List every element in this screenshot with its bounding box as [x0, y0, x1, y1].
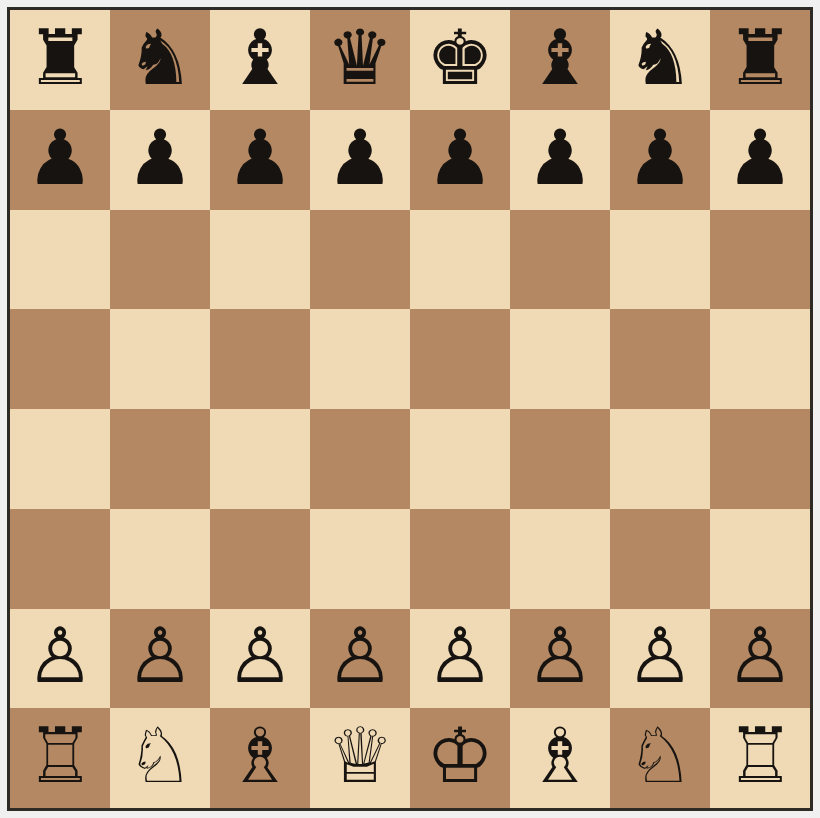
- white-pawn-piece[interactable]: ♙: [626, 618, 694, 694]
- square-b6[interactable]: [110, 210, 210, 310]
- square-g8[interactable]: ♞: [610, 10, 710, 110]
- square-e7[interactable]: ♟︎: [410, 110, 510, 210]
- black-knight-piece[interactable]: ♞: [126, 20, 194, 96]
- square-c1[interactable]: ♗: [210, 708, 310, 808]
- black-rook-piece[interactable]: ♜: [726, 20, 794, 96]
- square-a6[interactable]: [10, 210, 110, 310]
- black-bishop-piece[interactable]: ♝: [526, 20, 594, 96]
- square-a7[interactable]: ♟︎: [10, 110, 110, 210]
- square-b8[interactable]: ♞: [110, 10, 210, 110]
- black-pawn-piece[interactable]: ♟︎: [26, 120, 94, 196]
- white-pawn-piece[interactable]: ♙: [726, 618, 794, 694]
- square-c5[interactable]: [210, 309, 310, 409]
- square-a5[interactable]: [10, 309, 110, 409]
- square-a3[interactable]: [10, 509, 110, 609]
- white-pawn-piece[interactable]: ♙: [126, 618, 194, 694]
- square-c2[interactable]: ♙: [210, 609, 310, 709]
- square-h3[interactable]: [710, 509, 810, 609]
- white-pawn-piece[interactable]: ♙: [326, 618, 394, 694]
- black-knight-piece[interactable]: ♞: [626, 20, 694, 96]
- square-g2[interactable]: ♙: [610, 609, 710, 709]
- black-pawn-piece[interactable]: ♟︎: [626, 120, 694, 196]
- square-d1[interactable]: ♕: [310, 708, 410, 808]
- square-b5[interactable]: [110, 309, 210, 409]
- black-pawn-piece[interactable]: ♟︎: [126, 120, 194, 196]
- square-f5[interactable]: [510, 309, 610, 409]
- square-a2[interactable]: ♙: [10, 609, 110, 709]
- black-king-piece[interactable]: ♚: [426, 20, 494, 96]
- white-king-piece[interactable]: ♔: [426, 718, 494, 794]
- square-d7[interactable]: ♟︎: [310, 110, 410, 210]
- square-d5[interactable]: [310, 309, 410, 409]
- white-pawn-piece[interactable]: ♙: [26, 618, 94, 694]
- chess-board-frame: ♜♞♝♛♚♝♞♜♟︎♟︎♟︎♟︎♟︎♟︎♟︎♟︎♙♙♙♙♙♙♙♙♖♘♗♕♔♗♘♖: [7, 7, 813, 811]
- square-h7[interactable]: ♟︎: [710, 110, 810, 210]
- square-a4[interactable]: [10, 409, 110, 509]
- square-h4[interactable]: [710, 409, 810, 509]
- square-h6[interactable]: [710, 210, 810, 310]
- white-knight-piece[interactable]: ♘: [626, 718, 694, 794]
- white-pawn-piece[interactable]: ♙: [526, 618, 594, 694]
- square-g4[interactable]: [610, 409, 710, 509]
- square-d3[interactable]: [310, 509, 410, 609]
- white-bishop-piece[interactable]: ♗: [226, 718, 294, 794]
- square-b3[interactable]: [110, 509, 210, 609]
- square-h1[interactable]: ♖: [710, 708, 810, 808]
- black-pawn-piece[interactable]: ♟︎: [526, 120, 594, 196]
- square-e8[interactable]: ♚: [410, 10, 510, 110]
- square-g1[interactable]: ♘: [610, 708, 710, 808]
- square-g5[interactable]: [610, 309, 710, 409]
- black-pawn-piece[interactable]: ♟︎: [726, 120, 794, 196]
- square-d2[interactable]: ♙: [310, 609, 410, 709]
- square-h2[interactable]: ♙: [710, 609, 810, 709]
- square-c7[interactable]: ♟︎: [210, 110, 310, 210]
- square-b2[interactable]: ♙: [110, 609, 210, 709]
- square-e5[interactable]: [410, 309, 510, 409]
- square-e2[interactable]: ♙: [410, 609, 510, 709]
- white-pawn-piece[interactable]: ♙: [226, 618, 294, 694]
- black-rook-piece[interactable]: ♜: [26, 20, 94, 96]
- square-c4[interactable]: [210, 409, 310, 509]
- square-d6[interactable]: [310, 210, 410, 310]
- white-knight-piece[interactable]: ♘: [126, 718, 194, 794]
- square-f8[interactable]: ♝: [510, 10, 610, 110]
- square-e4[interactable]: [410, 409, 510, 509]
- white-rook-piece[interactable]: ♖: [726, 718, 794, 794]
- chess-board: ♜♞♝♛♚♝♞♜♟︎♟︎♟︎♟︎♟︎♟︎♟︎♟︎♙♙♙♙♙♙♙♙♖♘♗♕♔♗♘♖: [10, 10, 810, 808]
- white-pawn-piece[interactable]: ♙: [426, 618, 494, 694]
- square-a8[interactable]: ♜: [10, 10, 110, 110]
- square-d4[interactable]: [310, 409, 410, 509]
- black-bishop-piece[interactable]: ♝: [226, 20, 294, 96]
- square-f6[interactable]: [510, 210, 610, 310]
- square-g7[interactable]: ♟︎: [610, 110, 710, 210]
- black-pawn-piece[interactable]: ♟︎: [226, 120, 294, 196]
- black-queen-piece[interactable]: ♛: [326, 20, 394, 96]
- white-bishop-piece[interactable]: ♗: [526, 718, 594, 794]
- square-g6[interactable]: [610, 210, 710, 310]
- black-pawn-piece[interactable]: ♟︎: [326, 120, 394, 196]
- square-h5[interactable]: [710, 309, 810, 409]
- square-c3[interactable]: [210, 509, 310, 609]
- black-pawn-piece[interactable]: ♟︎: [426, 120, 494, 196]
- square-f2[interactable]: ♙: [510, 609, 610, 709]
- square-h8[interactable]: ♜: [710, 10, 810, 110]
- square-f1[interactable]: ♗: [510, 708, 610, 808]
- white-rook-piece[interactable]: ♖: [26, 718, 94, 794]
- square-e3[interactable]: [410, 509, 510, 609]
- square-d8[interactable]: ♛: [310, 10, 410, 110]
- white-queen-piece[interactable]: ♕: [326, 718, 394, 794]
- square-a1[interactable]: ♖: [10, 708, 110, 808]
- square-f3[interactable]: [510, 509, 610, 609]
- square-b1[interactable]: ♘: [110, 708, 210, 808]
- square-c6[interactable]: [210, 210, 310, 310]
- square-e6[interactable]: [410, 210, 510, 310]
- square-b4[interactable]: [110, 409, 210, 509]
- square-f4[interactable]: [510, 409, 610, 509]
- square-b7[interactable]: ♟︎: [110, 110, 210, 210]
- square-f7[interactable]: ♟︎: [510, 110, 610, 210]
- square-c8[interactable]: ♝: [210, 10, 310, 110]
- square-e1[interactable]: ♔: [410, 708, 510, 808]
- square-g3[interactable]: [610, 509, 710, 609]
